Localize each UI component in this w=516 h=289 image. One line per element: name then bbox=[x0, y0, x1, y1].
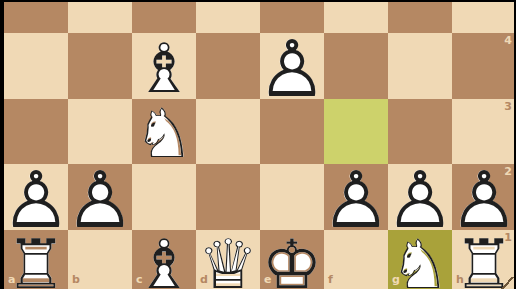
square-e4[interactable]: ♟♙ bbox=[260, 33, 324, 99]
white-bishop[interactable]: ♝♗ bbox=[132, 233, 196, 289]
square-h4[interactable]: 4 bbox=[452, 33, 516, 99]
square-b4[interactable] bbox=[68, 33, 132, 99]
square-c4[interactable]: ♝♗ bbox=[132, 33, 196, 99]
square-a1[interactable]: a♜♖ bbox=[4, 230, 68, 289]
rank-label-4: 4 bbox=[504, 34, 512, 47]
white-pawn[interactable]: ♟♙ bbox=[388, 167, 452, 233]
white-knight[interactable]: ♞♘ bbox=[132, 102, 196, 168]
white-knight-outline: ♘ bbox=[388, 233, 452, 289]
square-c3[interactable]: ♞♘ bbox=[132, 99, 196, 165]
white-pawn-outline: ♙ bbox=[4, 167, 68, 233]
square-d1[interactable]: d♛♕ bbox=[196, 230, 260, 289]
white-pawn[interactable]: ♟♙ bbox=[4, 167, 68, 233]
white-bishop[interactable]: ♝♗ bbox=[132, 36, 196, 102]
white-knight[interactable]: ♞♘ bbox=[388, 233, 452, 289]
white-pawn-outline: ♙ bbox=[452, 167, 516, 233]
square-a4[interactable] bbox=[4, 33, 68, 99]
square-g4[interactable] bbox=[388, 33, 452, 99]
window-edge-top bbox=[0, 0, 516, 2]
square-b5[interactable] bbox=[68, 0, 132, 33]
square-g1[interactable]: g♞♘ bbox=[388, 230, 452, 289]
white-pawn-outline: ♙ bbox=[260, 36, 324, 102]
white-rook-outline: ♖ bbox=[4, 233, 68, 289]
square-a2[interactable]: ♟♙ bbox=[4, 164, 68, 230]
square-d3[interactable] bbox=[196, 99, 260, 165]
file-label-f: f bbox=[328, 273, 333, 286]
square-e2[interactable] bbox=[260, 164, 324, 230]
square-h2[interactable]: 2♟♙ bbox=[452, 164, 516, 230]
square-f4[interactable] bbox=[324, 33, 388, 99]
white-king[interactable]: ♚♔ bbox=[260, 233, 324, 289]
square-a5[interactable] bbox=[4, 0, 68, 33]
white-pawn-outline: ♙ bbox=[68, 167, 132, 233]
chess-app-screen: ♝♗♟♙4♞♘3♟♙♟♙♟♙♟♙2♟♙a♜♖bc♝♗d♛♕e♚♔fg♞♘1h♜♖ bbox=[0, 0, 516, 289]
white-king-outline: ♔ bbox=[260, 233, 324, 289]
rank-label-3: 3 bbox=[504, 100, 512, 113]
white-pawn-outline: ♙ bbox=[388, 167, 452, 233]
square-f2[interactable]: ♟♙ bbox=[324, 164, 388, 230]
white-pawn[interactable]: ♟♙ bbox=[260, 36, 324, 102]
square-d2[interactable] bbox=[196, 164, 260, 230]
square-c2[interactable] bbox=[132, 164, 196, 230]
square-f5[interactable] bbox=[324, 0, 388, 33]
square-g5[interactable] bbox=[388, 0, 452, 33]
white-queen-outline: ♕ bbox=[196, 233, 260, 289]
white-bishop-outline: ♗ bbox=[132, 36, 196, 102]
chess-board: ♝♗♟♙4♞♘3♟♙♟♙♟♙♟♙2♟♙a♜♖bc♝♗d♛♕e♚♔fg♞♘1h♜♖ bbox=[4, 0, 516, 289]
white-bishop-outline: ♗ bbox=[132, 233, 196, 289]
white-pawn[interactable]: ♟♙ bbox=[452, 167, 516, 233]
square-h5[interactable] bbox=[452, 0, 516, 33]
window-edge-left bbox=[0, 0, 4, 289]
board-resize-handle[interactable] bbox=[501, 277, 514, 289]
square-e1[interactable]: e♚♔ bbox=[260, 230, 324, 289]
white-queen[interactable]: ♛♕ bbox=[196, 233, 260, 289]
white-pawn[interactable]: ♟♙ bbox=[324, 167, 388, 233]
square-c1[interactable]: c♝♗ bbox=[132, 230, 196, 289]
white-pawn-outline: ♙ bbox=[324, 167, 388, 233]
file-label-b: b bbox=[72, 273, 80, 286]
square-g2[interactable]: ♟♙ bbox=[388, 164, 452, 230]
square-d5[interactable] bbox=[196, 0, 260, 33]
square-b2[interactable]: ♟♙ bbox=[68, 164, 132, 230]
white-knight-outline: ♘ bbox=[132, 102, 196, 168]
white-rook[interactable]: ♜♖ bbox=[4, 233, 68, 289]
square-d4[interactable] bbox=[196, 33, 260, 99]
white-pawn[interactable]: ♟♙ bbox=[68, 167, 132, 233]
